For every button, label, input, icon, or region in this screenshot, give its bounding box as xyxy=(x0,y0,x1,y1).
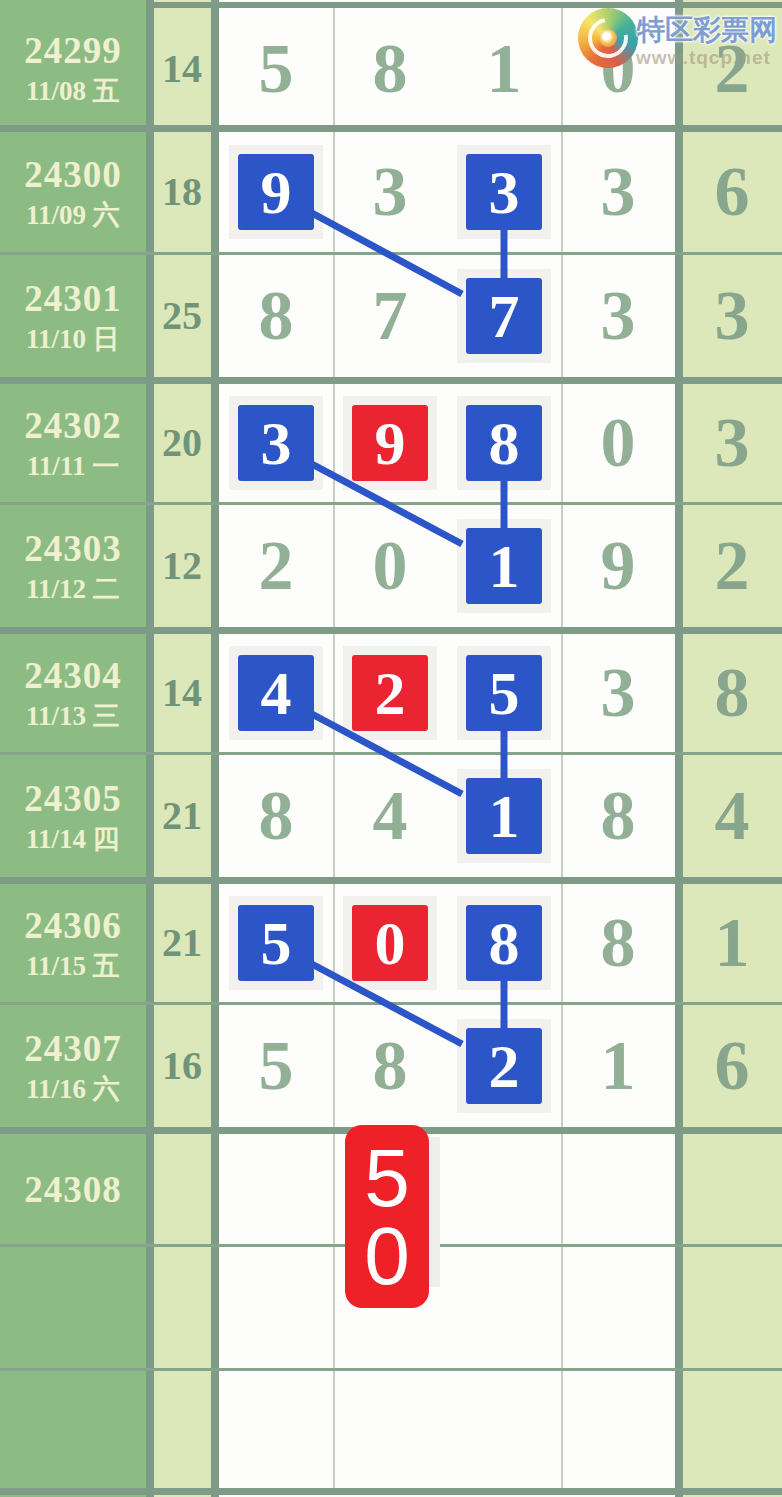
blue-digit-box-frame: 3 xyxy=(457,145,551,239)
period-cell: 2430611/15 五 xyxy=(0,884,146,1002)
period-cell: 2430711/16 六 xyxy=(0,1005,146,1127)
boxed-digit: 2 xyxy=(489,1035,520,1097)
digit-cell: 0 xyxy=(601,408,636,478)
blue-digit-box-frame: 9 xyxy=(229,145,323,239)
blue-digit-box: 3 xyxy=(238,405,314,481)
lottery-trend-board: 50 特区彩票网 www.tqcp.net 2429911/08 五145810… xyxy=(0,0,782,1497)
boxed-digit: 5 xyxy=(261,912,292,974)
group-border xyxy=(0,627,782,634)
blue-digit-box-frame: 7 xyxy=(457,269,551,363)
digit-cell: 3 xyxy=(373,157,408,227)
boxed-digit: 9 xyxy=(375,412,406,474)
boxed-digit: 7 xyxy=(489,285,520,347)
period-label: 24304 xyxy=(24,657,122,694)
grid-vline xyxy=(561,8,563,1488)
date-label: 11/13 三 xyxy=(26,703,120,730)
site-watermark: www.tqcp.net xyxy=(636,48,771,67)
digit-cell: 8 xyxy=(259,281,294,351)
sum-cell: 21 xyxy=(162,923,202,963)
period-cell: 2430511/14 四 xyxy=(0,755,146,877)
boxed-digit: 3 xyxy=(261,412,292,474)
col-border xyxy=(211,0,219,1497)
sum-cell: 18 xyxy=(162,172,202,212)
blue-digit-box: 2 xyxy=(466,1028,542,1104)
digit-cell: 9 xyxy=(601,531,636,601)
blue-digit-box: 3 xyxy=(466,154,542,230)
sum-cell: 25 xyxy=(162,296,202,336)
boxed-digit: 3 xyxy=(489,161,520,223)
right-digit-cell: 4 xyxy=(715,781,750,851)
period-label: 24308 xyxy=(24,1171,122,1208)
blue-digit-box-frame: 5 xyxy=(229,896,323,990)
group-border xyxy=(0,877,782,884)
period-cell: 24308 xyxy=(0,1134,146,1244)
period-cell: 2430311/12 二 xyxy=(0,505,146,627)
period-cell: 2430011/09 六 xyxy=(0,132,146,252)
digit-cell: 5 xyxy=(259,34,294,104)
digit-cell: 3 xyxy=(601,658,636,728)
red-digit-box-frame: 0 xyxy=(343,896,437,990)
prediction-digit: 0 xyxy=(364,1217,410,1294)
digit-cell: 8 xyxy=(373,34,408,104)
date-label: 11/15 五 xyxy=(26,953,120,980)
blue-digit-box: 5 xyxy=(466,655,542,731)
digit-cell: 8 xyxy=(259,781,294,851)
boxed-digit: 4 xyxy=(261,662,292,724)
blue-digit-box-frame: 8 xyxy=(457,896,551,990)
site-logo[interactable]: 特区彩票网 www.tqcp.net xyxy=(570,2,782,72)
boxed-digit: 9 xyxy=(261,161,292,223)
blue-digit-box: 8 xyxy=(466,905,542,981)
red-digit-box-frame: 2 xyxy=(343,646,437,740)
boxed-digit: 0 xyxy=(375,912,406,974)
blue-digit-box: 5 xyxy=(238,905,314,981)
period-cell: 2430111/10 日 xyxy=(0,255,146,377)
right-digit-cell: 3 xyxy=(715,281,750,351)
period-label: 24299 xyxy=(24,32,122,69)
date-label: 11/16 六 xyxy=(26,1076,120,1103)
digit-cell: 3 xyxy=(601,281,636,351)
period-label: 24302 xyxy=(24,407,122,444)
period-cell: 2430411/13 三 xyxy=(0,634,146,752)
digit-cell: 4 xyxy=(373,781,408,851)
sum-cell: 20 xyxy=(162,423,202,463)
right-digit-cell: 2 xyxy=(715,531,750,601)
col-border xyxy=(146,0,154,1497)
period-label: 24307 xyxy=(24,1030,122,1067)
digit-cell: 8 xyxy=(601,908,636,978)
boxed-digit: 8 xyxy=(489,912,520,974)
blue-digit-box: 9 xyxy=(238,154,314,230)
boxed-digit: 8 xyxy=(489,412,520,474)
period-label: 24301 xyxy=(24,280,122,317)
date-label: 11/14 四 xyxy=(26,826,120,853)
red-digit-box: 9 xyxy=(352,405,428,481)
right-digit-cell: 6 xyxy=(715,1031,750,1101)
period-label: 24306 xyxy=(24,907,122,944)
prediction-box: 50 xyxy=(345,1125,429,1308)
digit-cell: 8 xyxy=(601,781,636,851)
period-cell: 2430211/11 一 xyxy=(0,384,146,502)
period-label: 24300 xyxy=(24,156,122,193)
blue-digit-box-frame: 8 xyxy=(457,396,551,490)
date-label: 11/11 一 xyxy=(27,453,119,480)
col-border xyxy=(675,0,683,1497)
group-border xyxy=(0,377,782,384)
red-digit-box-frame: 9 xyxy=(343,396,437,490)
period-label: 24303 xyxy=(24,530,122,567)
digit-cell: 2 xyxy=(259,531,294,601)
right-digit-cell: 3 xyxy=(715,408,750,478)
blue-digit-box-frame: 1 xyxy=(457,769,551,863)
period-cell: 2429911/08 五 xyxy=(0,12,146,125)
right-digit-cell: 8 xyxy=(715,658,750,728)
blue-digit-box: 1 xyxy=(466,528,542,604)
boxed-digit: 5 xyxy=(489,662,520,724)
sum-cell: 16 xyxy=(162,1046,202,1086)
digit-cell: 1 xyxy=(601,1031,636,1101)
digit-cell: 7 xyxy=(373,281,408,351)
blue-digit-box-frame: 2 xyxy=(457,1019,551,1113)
right-digit-cell: 6 xyxy=(715,157,750,227)
red-digit-box: 2 xyxy=(352,655,428,731)
blue-digit-box-frame: 5 xyxy=(457,646,551,740)
date-label: 11/10 日 xyxy=(26,326,120,353)
prediction-digit: 5 xyxy=(364,1139,410,1216)
digit-cell: 3 xyxy=(601,157,636,227)
period-label: 24305 xyxy=(24,780,122,817)
digit-cell: 0 xyxy=(373,531,408,601)
blue-digit-box-frame: 3 xyxy=(229,396,323,490)
blue-digit-box: 7 xyxy=(466,278,542,354)
blue-digit-box-frame: 1 xyxy=(457,519,551,613)
boxed-digit: 2 xyxy=(375,662,406,724)
swirl-logo-icon xyxy=(578,8,638,68)
date-label: 11/08 五 xyxy=(26,78,120,105)
sum-cell: 12 xyxy=(162,546,202,586)
date-label: 11/09 六 xyxy=(26,202,120,229)
red-digit-box: 0 xyxy=(352,905,428,981)
row-border xyxy=(0,1368,782,1371)
date-label: 11/12 二 xyxy=(26,576,120,603)
blue-digit-box: 4 xyxy=(238,655,314,731)
site-title: 特区彩票网 xyxy=(637,16,782,44)
blue-digit-box: 1 xyxy=(466,778,542,854)
grid-vline xyxy=(333,8,335,1488)
col-sum-bg xyxy=(154,0,211,1497)
blue-digit-box: 8 xyxy=(466,405,542,481)
sum-cell: 14 xyxy=(162,49,202,89)
boxed-digit: 1 xyxy=(489,535,520,597)
sum-cell: 14 xyxy=(162,673,202,713)
digit-cell: 1 xyxy=(487,34,522,104)
right-digit-cell: 1 xyxy=(715,908,750,978)
digit-cell: 5 xyxy=(259,1031,294,1101)
digit-cell: 8 xyxy=(373,1031,408,1101)
boxed-digit: 1 xyxy=(489,785,520,847)
sum-cell: 21 xyxy=(162,796,202,836)
group-border xyxy=(0,1488,782,1495)
group-border xyxy=(0,125,782,132)
blue-digit-box-frame: 4 xyxy=(229,646,323,740)
